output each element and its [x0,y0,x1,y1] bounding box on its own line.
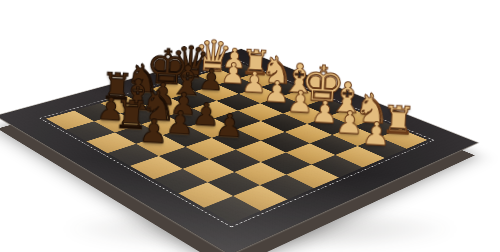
piece-white-rook: ♜ [230,44,282,82]
square [218,78,261,94]
square [283,106,329,124]
piece-white-pawn: ♟ [228,66,281,99]
scene-tilt: ♟♜♞♝♚♝♞♜♛♟♟♟♟♟♟♟♛♟♚♝♞♟♟♟♟♜♝♞♟♟♜♟ [0,0,500,252]
square [121,106,168,124]
square [101,96,147,114]
square [147,98,193,116]
square [354,118,401,137]
piece-black-pawn: ♟ [81,91,139,127]
piece-black-knight: ♞ [115,57,170,100]
piece-black-pawn: ♟ [135,77,191,111]
piece-white-rook: ♜ [369,100,428,143]
piece-black-rook: ♜ [89,67,145,108]
piece-black-queen: ♛ [164,39,217,87]
square [195,84,239,100]
square [216,94,261,111]
piece-white-queen: ♛ [187,33,239,80]
square [126,89,171,106]
square [171,91,216,108]
square [219,63,260,78]
piece-black-pawn: ♟ [156,86,213,121]
square [175,75,218,91]
piece-white-pawn: ♟ [273,84,329,118]
piece-black-pawn: ♟ [177,96,235,132]
square [329,108,375,126]
piece-white-pawn: ♟ [209,43,259,74]
piece-black-bishop: ♝ [160,58,215,103]
piece-white-pawn: ♟ [250,75,305,108]
piece-black-king: ♚ [140,41,195,94]
piece-white-bishop: ♝ [272,57,326,101]
piece-white-king: ♚ [295,57,351,111]
square [305,99,350,116]
piece-white-pawn: ♟ [296,94,353,129]
square [192,101,238,119]
piece-white-bishop: ♝ [319,75,375,121]
square [204,196,260,223]
piece-white-knight: ♞ [343,87,400,132]
square [238,103,284,121]
square [261,80,304,96]
piece-white-pawn: ♟ [207,57,259,89]
square [261,96,306,113]
square [198,69,240,84]
product-photo-canvas: ♟♜♞♝♚♝♞♜♛♟♟♟♟♟♟♟♛♟♚♝♞♟♟♟♟♜♝♞♟♟♜♟ [0,0,500,252]
square [74,103,121,121]
piece-black-bishop: ♝ [109,71,167,118]
square [167,108,214,126]
square [151,82,195,98]
square [307,116,354,135]
square [239,87,283,103]
piece-black-pawn: ♟ [184,63,237,96]
piece-black-knight: ♞ [129,83,188,129]
square [261,113,308,132]
square [214,111,261,130]
chess-board: ♟♜♞♝♚♝♞♜♛♟♟♟♟♟♟♟♛♟♚♝♞♟♟♟♟♜♝♞♟♟♜♟ [0,49,477,252]
piece-white-knight: ♞ [250,50,303,91]
square [283,89,327,106]
square [240,72,282,87]
